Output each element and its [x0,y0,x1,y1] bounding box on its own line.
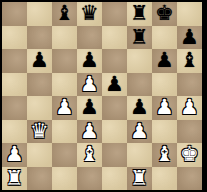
square-h2[interactable]: ♚ [177,143,202,167]
white-pawn-piece[interactable]: ♟ [55,96,74,120]
square-d8[interactable]: ♛ [77,2,102,26]
square-c7[interactable] [52,26,77,50]
square-c4[interactable]: ♟ [52,96,77,120]
square-b7[interactable] [27,26,52,50]
square-d1[interactable] [77,167,102,191]
white-pawn-piece[interactable]: ♟ [80,73,99,97]
square-h1[interactable] [177,167,202,191]
square-g1[interactable] [152,167,177,191]
square-g4[interactable]: ♟ [152,96,177,120]
square-f8[interactable]: ♜ [127,2,152,26]
white-rook-piece[interactable]: ♜ [5,167,24,191]
white-pawn-piece[interactable]: ♟ [155,96,174,120]
square-e1[interactable] [102,167,127,191]
white-king-piece[interactable]: ♚ [180,143,199,167]
square-e3[interactable] [102,120,127,144]
square-d7[interactable] [77,26,102,50]
black-rook-piece[interactable]: ♜ [130,26,149,50]
square-h3[interactable] [177,120,202,144]
square-f4[interactable]: ♟ [127,96,152,120]
white-pawn-piece[interactable]: ♟ [5,143,24,167]
square-g7[interactable] [152,26,177,50]
black-pawn-piece[interactable]: ♟ [130,96,149,120]
square-b3[interactable]: ♛ [27,120,52,144]
white-pawn-piece[interactable]: ♟ [130,120,149,144]
square-g3[interactable] [152,120,177,144]
square-a6[interactable] [2,49,27,73]
square-e4[interactable] [102,96,127,120]
black-pawn-piece[interactable]: ♟ [30,49,49,73]
square-g2[interactable]: ♝ [152,143,177,167]
black-bishop-piece[interactable]: ♝ [55,2,74,26]
square-h6[interactable]: ♝ [177,49,202,73]
square-b8[interactable] [27,2,52,26]
square-b6[interactable]: ♟ [27,49,52,73]
black-pawn-piece[interactable]: ♟ [80,96,99,120]
white-pawn-piece[interactable]: ♟ [80,120,99,144]
white-queen-piece[interactable]: ♛ [30,120,49,144]
square-a4[interactable] [2,96,27,120]
white-pawn-piece[interactable]: ♟ [180,96,199,120]
square-c3[interactable] [52,120,77,144]
square-h4[interactable]: ♟ [177,96,202,120]
square-f7[interactable]: ♜ [127,26,152,50]
black-queen-piece[interactable]: ♛ [80,2,99,26]
white-bishop-piece[interactable]: ♝ [155,143,174,167]
square-b1[interactable] [27,167,52,191]
square-b5[interactable] [27,73,52,97]
square-a2[interactable]: ♟ [2,143,27,167]
square-f5[interactable] [127,73,152,97]
white-rook-piece[interactable]: ♜ [130,167,149,191]
square-e2[interactable] [102,143,127,167]
square-b4[interactable] [27,96,52,120]
black-pawn-piece[interactable]: ♟ [155,49,174,73]
black-pawn-piece[interactable]: ♟ [105,73,124,97]
black-rook-piece[interactable]: ♜ [130,2,149,26]
square-h8[interactable] [177,2,202,26]
square-a1[interactable]: ♜ [2,167,27,191]
black-bishop-piece[interactable]: ♝ [180,49,199,73]
square-a7[interactable] [2,26,27,50]
black-pawn-piece[interactable]: ♟ [180,26,199,50]
square-a3[interactable] [2,120,27,144]
black-pawn-piece[interactable]: ♟ [80,49,99,73]
square-g5[interactable] [152,73,177,97]
square-f3[interactable]: ♟ [127,120,152,144]
square-c2[interactable] [52,143,77,167]
square-f1[interactable]: ♜ [127,167,152,191]
square-h5[interactable] [177,73,202,97]
square-e6[interactable] [102,49,127,73]
square-a8[interactable] [2,2,27,26]
square-c8[interactable]: ♝ [52,2,77,26]
square-g8[interactable]: ♚ [152,2,177,26]
square-e5[interactable]: ♟ [102,73,127,97]
square-c5[interactable] [52,73,77,97]
square-d3[interactable]: ♟ [77,120,102,144]
square-d5[interactable]: ♟ [77,73,102,97]
square-d6[interactable]: ♟ [77,49,102,73]
square-d2[interactable]: ♝ [77,143,102,167]
square-d4[interactable]: ♟ [77,96,102,120]
chess-board-frame: ♝♛♜♚♜♟♟♟♟♝♟♟♟♟♟♟♟♛♟♟♟♝♝♚♜♜ [0,0,207,192]
square-e7[interactable] [102,26,127,50]
square-c1[interactable] [52,167,77,191]
square-c6[interactable] [52,49,77,73]
square-b2[interactable] [27,143,52,167]
chess-board: ♝♛♜♚♜♟♟♟♟♝♟♟♟♟♟♟♟♛♟♟♟♝♝♚♜♜ [2,2,202,190]
square-e8[interactable] [102,2,127,26]
square-f6[interactable] [127,49,152,73]
black-king-piece[interactable]: ♚ [155,2,174,26]
square-f2[interactable] [127,143,152,167]
square-g6[interactable]: ♟ [152,49,177,73]
square-a5[interactable] [2,73,27,97]
square-h7[interactable]: ♟ [177,26,202,50]
white-bishop-piece[interactable]: ♝ [80,143,99,167]
